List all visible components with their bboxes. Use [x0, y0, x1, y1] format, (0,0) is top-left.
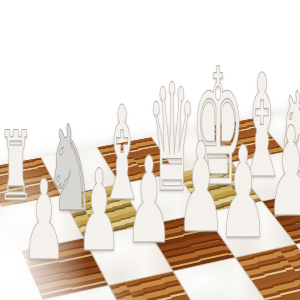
piece-white-pawn-a2[interactable]: ♟ [22, 165, 66, 276]
piece-white-pawn-c2[interactable]: ♟ [126, 142, 173, 261]
chess-photo-scene: ♜♞♝♛♚♝♞♟♟♟♟♟♟ [0, 0, 300, 300]
piece-white-pawn-f2[interactable]: ♟ [267, 110, 300, 234]
piece-white-pawn-e2[interactable]: ♟ [218, 130, 268, 257]
piece-white-pawn-b2[interactable]: ♟ [77, 155, 122, 268]
